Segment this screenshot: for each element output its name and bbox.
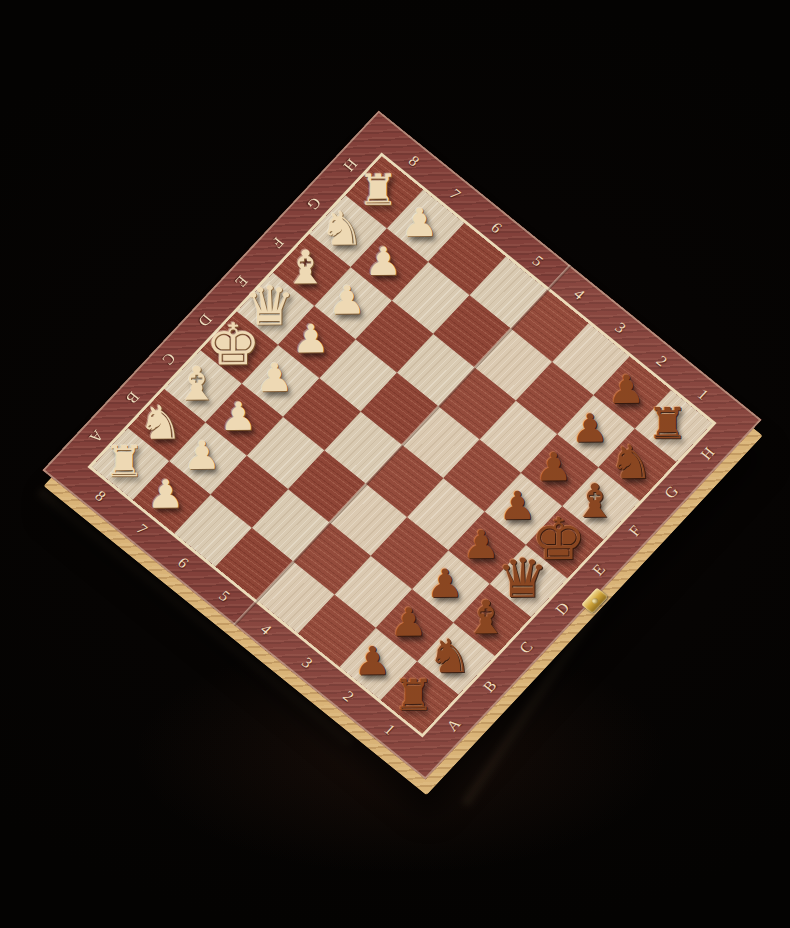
photo-stage: ABCDEFGH ABCDEFGH 87654321 87654321 ♜♞♝♚… <box>0 0 790 928</box>
piece-black-pawn[interactable]: ♟ <box>389 603 427 642</box>
piece-black-pawn[interactable]: ♟ <box>570 409 608 448</box>
piece-white-pawn[interactable]: ♟ <box>364 242 402 281</box>
piece-black-pawn[interactable]: ♟ <box>534 448 572 487</box>
piece-white-pawn[interactable]: ♟ <box>219 397 257 436</box>
chessboard: ABCDEFGH ABCDEFGH 87654321 87654321 ♜♞♝♚… <box>42 110 761 779</box>
piece-white-pawn[interactable]: ♟ <box>291 320 329 359</box>
piece-white-pawn[interactable]: ♟ <box>255 359 293 398</box>
piece-white-pawn[interactable]: ♟ <box>146 475 184 514</box>
piece-black-pawn[interactable]: ♟ <box>462 525 500 564</box>
scene: { "game": "chess", "description": "Overh… <box>0 0 790 928</box>
piece-white-rook[interactable]: ♜ <box>103 440 144 483</box>
piece-black-pawn[interactable]: ♟ <box>607 370 645 409</box>
piece-black-pawn[interactable]: ♟ <box>425 564 463 603</box>
piece-white-pawn[interactable]: ♟ <box>400 203 438 242</box>
piece-white-pawn[interactable]: ♟ <box>183 436 221 475</box>
piece-black-pawn[interactable]: ♟ <box>353 642 391 681</box>
board-grid: ♜♞♝♚♛♝♞♜♟♟♟♟♟♟♟♟♟♟♟♟♟♟♟♟♜♞♝♛♚♝♞♜ <box>92 156 713 733</box>
piece-black-rook[interactable]: ♜ <box>392 673 433 716</box>
board-surface: ABCDEFGH ABCDEFGH 87654321 87654321 ♜♞♝♚… <box>42 110 761 779</box>
piece-white-pawn[interactable]: ♟ <box>328 281 366 320</box>
